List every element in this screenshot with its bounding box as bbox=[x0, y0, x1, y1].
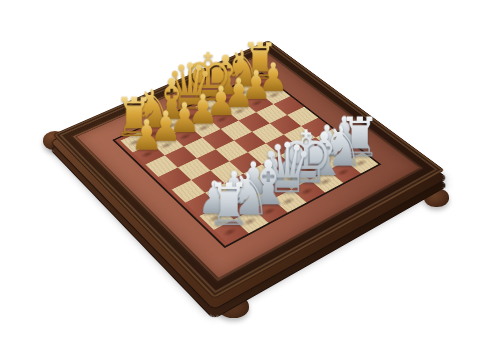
rook-glyph: ♜ bbox=[206, 176, 250, 235]
chess-board: ♜♞♝♛♚♝♞♜♟♟♟♟♟♟♟♟♟♟♟♟♟♟♟♟♜♞♝♛♚♝♞♜ bbox=[53, 40, 445, 299]
pawn-glyph: ♟ bbox=[130, 115, 162, 157]
chess-set-photo: ♜♞♝♛♚♝♞♜♟♟♟♟♟♟♟♟♟♟♟♟♟♟♟♟♜♞♝♛♚♝♞♜ bbox=[0, 0, 480, 344]
scene: ♜♞♝♛♚♝♞♜♟♟♟♟♟♟♟♟♟♟♟♟♟♟♟♟♜♞♝♛♚♝♞♜ bbox=[0, 0, 480, 344]
